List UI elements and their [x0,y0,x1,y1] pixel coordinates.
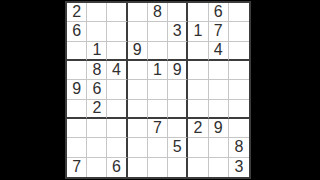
cell-r6c5[interactable] [148,100,168,119]
cell-r9c4[interactable] [128,158,148,177]
cell-r7c1[interactable] [67,119,87,138]
cell-r4c9[interactable] [229,61,249,80]
cell-r7c3[interactable] [107,119,127,138]
cell-r6c1[interactable] [67,100,87,119]
cell-r8c7[interactable] [188,138,208,157]
cell-r9c1[interactable]: 7 [67,158,87,177]
letterbox-right [251,0,320,180]
cell-r3c7[interactable] [188,42,208,61]
cell-r2c1[interactable]: 6 [67,22,87,41]
cell-r2c2[interactable] [87,22,107,41]
given-digit: 4 [112,62,121,78]
cell-r8c4[interactable] [128,138,148,157]
cell-r1c3[interactable] [107,3,127,22]
cell-r9c2[interactable] [87,158,107,177]
cell-r2c6[interactable]: 3 [168,22,188,41]
cell-r7c5[interactable]: 7 [148,119,168,138]
cell-r1c7[interactable] [188,3,208,22]
cell-r3c8[interactable]: 4 [209,42,229,61]
cell-r2c7[interactable]: 1 [188,22,208,41]
cell-r8c6[interactable]: 5 [168,138,188,157]
cell-r6c6[interactable] [168,100,188,119]
cell-r5c2[interactable]: 6 [87,80,107,99]
given-digit: 3 [234,159,243,175]
screenshot-stage: 2866317194841996272958763 [0,0,320,180]
cell-r5c1[interactable]: 9 [67,80,87,99]
given-digit: 7 [72,159,81,175]
cell-r5c4[interactable] [128,80,148,99]
cell-r4c8[interactable] [209,61,229,80]
given-digit: 9 [72,81,81,97]
given-digit: 3 [173,23,182,39]
cell-r8c1[interactable] [67,138,87,157]
cell-r7c6[interactable] [168,119,188,138]
cell-r6c2[interactable]: 2 [87,100,107,119]
cell-r4c1[interactable] [67,61,87,80]
cell-r4c2[interactable]: 8 [87,61,107,80]
given-digit: 1 [92,42,101,58]
cell-r6c9[interactable] [229,100,249,119]
sudoku-board: 2866317194841996272958763 [65,1,251,179]
given-digit: 5 [173,139,182,155]
cell-r4c6[interactable]: 9 [168,61,188,80]
cell-r4c3[interactable]: 4 [107,61,127,80]
cell-r5c6[interactable] [168,80,188,99]
letterbox-left [0,0,65,180]
cell-r1c9[interactable] [229,3,249,22]
cell-r7c9[interactable] [229,119,249,138]
given-digit: 2 [193,120,202,136]
given-digit: 1 [153,62,162,78]
given-digit: 7 [214,23,223,39]
cell-r6c8[interactable] [209,100,229,119]
cell-r6c7[interactable] [188,100,208,119]
cell-r8c8[interactable] [209,138,229,157]
cell-r9c9[interactable]: 3 [229,158,249,177]
cell-r9c6[interactable] [168,158,188,177]
cell-r5c3[interactable] [107,80,127,99]
given-digit: 9 [173,62,182,78]
cell-r8c2[interactable] [87,138,107,157]
cell-r1c4[interactable] [128,3,148,22]
cell-r7c8[interactable]: 9 [209,119,229,138]
cell-r9c7[interactable] [188,158,208,177]
cell-r3c2[interactable]: 1 [87,42,107,61]
cell-r3c5[interactable] [148,42,168,61]
cell-r8c5[interactable] [148,138,168,157]
cell-r5c8[interactable] [209,80,229,99]
cell-r7c7[interactable]: 2 [188,119,208,138]
cell-r8c3[interactable] [107,138,127,157]
cell-r9c8[interactable] [209,158,229,177]
cell-r3c9[interactable] [229,42,249,61]
cell-r3c3[interactable] [107,42,127,61]
cell-r6c4[interactable] [128,100,148,119]
given-digit: 2 [72,4,81,20]
given-digit: 8 [234,139,243,155]
cell-r1c8[interactable]: 6 [209,3,229,22]
cell-r4c5[interactable]: 1 [148,61,168,80]
cell-r1c6[interactable] [168,3,188,22]
cell-r2c5[interactable] [148,22,168,41]
given-digit: 4 [214,42,223,58]
cell-r8c9[interactable]: 8 [229,138,249,157]
given-digit: 8 [92,62,101,78]
cell-r1c5[interactable]: 8 [148,3,168,22]
cell-r5c5[interactable] [148,80,168,99]
given-digit: 1 [193,23,202,39]
cell-r5c7[interactable] [188,80,208,99]
cell-r3c6[interactable] [168,42,188,61]
cell-r2c8[interactable]: 7 [209,22,229,41]
given-digit: 6 [92,81,101,97]
cell-r5c9[interactable] [229,80,249,99]
cell-r4c4[interactable] [128,61,148,80]
cell-r9c5[interactable] [148,158,168,177]
given-digit: 7 [153,120,162,136]
cell-r1c1[interactable]: 2 [67,3,87,22]
given-digit: 9 [214,120,223,136]
given-digit: 9 [133,42,142,58]
cell-r9c3[interactable]: 6 [107,158,127,177]
cell-r3c4[interactable]: 9 [128,42,148,61]
cell-r7c2[interactable] [87,119,107,138]
cell-r1c2[interactable] [87,3,107,22]
cell-r2c3[interactable] [107,22,127,41]
given-digit: 6 [214,4,223,20]
cell-r2c9[interactable] [229,22,249,41]
cell-r4c7[interactable] [188,61,208,80]
given-digit: 8 [153,4,162,20]
cell-r7c4[interactable] [128,119,148,138]
given-digit: 6 [112,159,121,175]
cell-r6c3[interactable] [107,100,127,119]
cell-r2c4[interactable] [128,22,148,41]
given-digit: 6 [72,23,81,39]
given-digit: 2 [92,100,101,116]
cell-r3c1[interactable] [67,42,87,61]
